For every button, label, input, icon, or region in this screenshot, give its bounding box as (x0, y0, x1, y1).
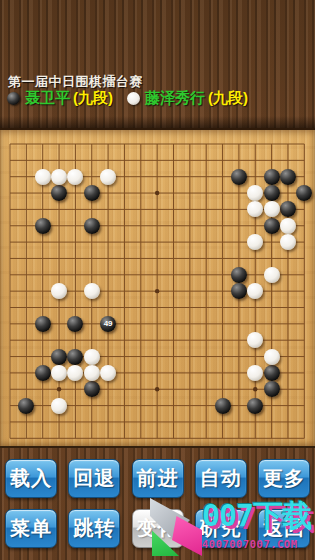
load-button[interactable]: 载入 (5, 459, 57, 498)
toolbar-row-1: 载入 回退 前进 自动 更多 (5, 459, 310, 498)
undo-button[interactable]: 回退 (68, 459, 120, 498)
study-button[interactable]: 研究 (195, 509, 247, 548)
forward-button[interactable]: 前进 (132, 459, 184, 498)
stone-white (84, 365, 100, 381)
stone-white (100, 365, 116, 381)
stone-black (18, 398, 34, 414)
stone-white (67, 169, 83, 185)
more-button[interactable]: 更多 (258, 459, 310, 498)
stone-black (280, 169, 296, 185)
last-move-number: 49 (100, 316, 116, 332)
stone-black (231, 267, 247, 283)
stone-white (280, 234, 296, 250)
stone-white (51, 365, 67, 381)
stone-black (35, 316, 51, 332)
go-app-screen: 第一届中日围棋擂台赛 聂卫平 (九段) 藤泽秀行 (九段) 49 载入 回退 前… (0, 0, 315, 560)
stone-white (264, 267, 280, 283)
variation-button[interactable]: 变化 (132, 509, 184, 548)
menu-button[interactable]: 菜单 (5, 509, 57, 548)
stone-white (280, 218, 296, 234)
stone-black (231, 169, 247, 185)
auto-button[interactable]: 自动 (195, 459, 247, 498)
stone-black (84, 218, 100, 234)
stone-white (264, 349, 280, 365)
white-player-rank: (九段) (208, 89, 248, 108)
stone-black (35, 365, 51, 381)
stone-black (35, 218, 51, 234)
stone-black (231, 283, 247, 299)
stone-white (35, 169, 51, 185)
stone-white (84, 283, 100, 299)
black-player-name: 聂卫平 (25, 89, 70, 108)
stone-white (264, 201, 280, 217)
stone-black (51, 185, 67, 201)
stone-black (51, 349, 67, 365)
stone-black (264, 218, 280, 234)
go-board[interactable]: 49 (0, 128, 315, 448)
board-top-shadow (0, 116, 315, 128)
stone-white (51, 398, 67, 414)
black-stone-icon (7, 92, 20, 105)
back-button[interactable]: 返回 (258, 509, 310, 548)
stone-black (264, 169, 280, 185)
black-player-rank: (九段) (73, 89, 113, 108)
jump-button[interactable]: 跳转 (68, 509, 120, 548)
stone-white (51, 169, 67, 185)
stone-white (84, 349, 100, 365)
stone-black (247, 398, 263, 414)
players-bar: 聂卫平 (九段) 藤泽秀行 (九段) (7, 90, 248, 107)
stone-black (84, 381, 100, 397)
white-stone-icon (127, 92, 140, 105)
stone-black (264, 381, 280, 397)
stone-black (264, 365, 280, 381)
toolbar-row-2: 菜单 跳转 变化 研究 返回 (5, 509, 310, 548)
stone-black (67, 349, 83, 365)
stone-black (84, 185, 100, 201)
white-player-name: 藤泽秀行 (145, 89, 205, 108)
stone-black (215, 398, 231, 414)
stone-black: 49 (100, 316, 116, 332)
stone-white (100, 169, 116, 185)
stone-black (264, 185, 280, 201)
